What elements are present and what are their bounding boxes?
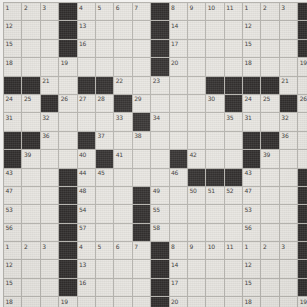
black-square bbox=[59, 224, 76, 241]
clue-number: 53 bbox=[245, 206, 252, 213]
black-square bbox=[225, 77, 242, 94]
white-square bbox=[225, 297, 242, 307]
white-square: 10 bbox=[206, 242, 223, 259]
white-square bbox=[225, 150, 242, 167]
clue-number: 26 bbox=[300, 95, 307, 102]
white-square bbox=[59, 150, 76, 167]
clue-number: 3 bbox=[42, 243, 46, 250]
white-square bbox=[133, 297, 150, 307]
white-square: 10 bbox=[206, 3, 223, 20]
white-square: 25 bbox=[22, 95, 39, 112]
white-square: 54 bbox=[78, 205, 95, 222]
clue-number: 19 bbox=[300, 298, 307, 305]
white-square bbox=[261, 279, 278, 296]
white-square bbox=[78, 113, 95, 130]
white-square: 16 bbox=[78, 40, 95, 57]
white-square: 27 bbox=[78, 95, 95, 112]
clue-number: 3 bbox=[42, 4, 46, 11]
white-square: 15 bbox=[243, 279, 260, 296]
clue-number: 40 bbox=[79, 151, 86, 158]
white-square bbox=[96, 297, 113, 307]
white-square bbox=[114, 40, 131, 57]
white-square bbox=[206, 297, 223, 307]
white-square: 19 bbox=[59, 58, 76, 75]
white-square: 21 bbox=[41, 77, 58, 94]
white-square bbox=[96, 58, 113, 75]
clue-number: 57 bbox=[79, 224, 86, 231]
black-square bbox=[298, 205, 307, 222]
clue-number: 20 bbox=[171, 59, 178, 66]
clue-number: 42 bbox=[189, 151, 196, 158]
white-square: 36 bbox=[280, 132, 297, 149]
black-square bbox=[298, 21, 307, 38]
white-square bbox=[280, 205, 297, 222]
white-square bbox=[170, 224, 187, 241]
white-square bbox=[188, 21, 205, 38]
white-square: 53 bbox=[4, 205, 21, 222]
clue-number: 1 bbox=[6, 243, 10, 250]
white-square bbox=[188, 132, 205, 149]
black-square bbox=[151, 297, 168, 307]
white-square: 3 bbox=[280, 242, 297, 259]
black-square bbox=[133, 224, 150, 241]
white-square: 1 bbox=[4, 3, 21, 20]
clue-number: 32 bbox=[42, 114, 49, 121]
white-square: 52 bbox=[225, 187, 242, 204]
clue-number: 14 bbox=[171, 22, 178, 29]
white-square bbox=[133, 279, 150, 296]
white-square bbox=[114, 21, 131, 38]
white-square bbox=[206, 40, 223, 57]
clue-number: 13 bbox=[79, 261, 86, 268]
white-square bbox=[261, 187, 278, 204]
black-square bbox=[261, 77, 278, 94]
white-square bbox=[206, 150, 223, 167]
white-square: 18 bbox=[243, 297, 260, 307]
white-square bbox=[298, 150, 307, 167]
black-square bbox=[78, 77, 95, 94]
white-square bbox=[133, 40, 150, 57]
clue-number: 43 bbox=[245, 169, 252, 176]
white-square bbox=[188, 95, 205, 112]
white-square bbox=[59, 113, 76, 130]
clue-number: 12 bbox=[6, 22, 13, 29]
clue-number: 5 bbox=[97, 243, 101, 250]
white-square bbox=[114, 279, 131, 296]
white-square: 51 bbox=[206, 187, 223, 204]
clue-number: 28 bbox=[97, 95, 104, 102]
clue-number: 48 bbox=[79, 187, 86, 194]
white-square bbox=[96, 113, 113, 130]
clue-number: 7 bbox=[134, 4, 138, 11]
white-square: 49 bbox=[151, 187, 168, 204]
white-square: 8 bbox=[170, 242, 187, 259]
white-square bbox=[59, 132, 76, 149]
white-square bbox=[280, 297, 297, 307]
white-square bbox=[280, 279, 297, 296]
white-square bbox=[188, 279, 205, 296]
white-square: 22 bbox=[114, 77, 131, 94]
black-square bbox=[206, 169, 223, 186]
white-square bbox=[206, 224, 223, 241]
clue-number: 10 bbox=[208, 4, 215, 11]
white-square: 40 bbox=[78, 150, 95, 167]
white-square bbox=[41, 279, 58, 296]
clue-number: 21 bbox=[42, 77, 49, 84]
black-square bbox=[96, 150, 113, 167]
white-square: 11 bbox=[225, 3, 242, 20]
clue-number: 17 bbox=[171, 279, 178, 286]
clue-number: 39 bbox=[24, 151, 31, 158]
white-square bbox=[22, 58, 39, 75]
white-square: 1 bbox=[243, 242, 260, 259]
white-square: 33 bbox=[114, 113, 131, 130]
clue-number: 27 bbox=[79, 95, 86, 102]
white-square bbox=[22, 187, 39, 204]
white-square bbox=[151, 132, 168, 149]
white-square bbox=[133, 150, 150, 167]
white-square bbox=[188, 224, 205, 241]
white-square: 26 bbox=[298, 95, 307, 112]
black-square bbox=[133, 205, 150, 222]
white-square: 2 bbox=[22, 3, 39, 20]
white-square bbox=[261, 260, 278, 277]
white-square bbox=[41, 260, 58, 277]
clue-number: 19 bbox=[300, 59, 307, 66]
white-square bbox=[225, 21, 242, 38]
white-square bbox=[188, 58, 205, 75]
black-square bbox=[151, 242, 168, 259]
white-square bbox=[96, 187, 113, 204]
clue-number: 44 bbox=[79, 169, 86, 176]
clue-number: 36 bbox=[42, 132, 49, 139]
white-square bbox=[280, 40, 297, 57]
white-square: 36 bbox=[41, 132, 58, 149]
clue-number: 46 bbox=[171, 169, 178, 176]
white-square bbox=[114, 297, 131, 307]
white-square: 20 bbox=[170, 58, 187, 75]
clue-number: 41 bbox=[116, 151, 123, 158]
white-square bbox=[280, 21, 297, 38]
white-square bbox=[41, 297, 58, 307]
white-square bbox=[280, 187, 297, 204]
white-square: 2 bbox=[22, 242, 39, 259]
white-square: 56 bbox=[243, 224, 260, 241]
white-square: 39 bbox=[22, 150, 39, 167]
white-square bbox=[133, 21, 150, 38]
white-square: 12 bbox=[4, 21, 21, 38]
clue-number: 5 bbox=[97, 4, 101, 11]
clue-number: 35 bbox=[226, 114, 233, 121]
clue-number: 21 bbox=[281, 77, 288, 84]
white-square: 13 bbox=[78, 260, 95, 277]
white-square bbox=[280, 150, 297, 167]
white-square bbox=[188, 260, 205, 277]
white-square: 3 bbox=[41, 242, 58, 259]
white-square bbox=[114, 132, 131, 149]
white-square: 57 bbox=[78, 224, 95, 241]
white-square bbox=[22, 21, 39, 38]
white-square bbox=[59, 77, 76, 94]
white-square bbox=[280, 260, 297, 277]
white-square bbox=[114, 224, 131, 241]
clue-number: 31 bbox=[6, 114, 13, 121]
clue-number: 1 bbox=[245, 243, 249, 250]
white-square bbox=[225, 224, 242, 241]
black-square bbox=[59, 242, 76, 259]
white-square bbox=[41, 224, 58, 241]
black-square bbox=[59, 169, 76, 186]
white-square: 31 bbox=[4, 113, 21, 130]
white-square: 55 bbox=[151, 205, 168, 222]
clue-number: 24 bbox=[245, 95, 252, 102]
black-square bbox=[4, 150, 21, 167]
clue-number: 2 bbox=[263, 243, 267, 250]
white-square bbox=[206, 58, 223, 75]
clue-number: 45 bbox=[97, 169, 104, 176]
clue-number: 47 bbox=[245, 187, 252, 194]
black-square bbox=[59, 40, 76, 57]
white-square: 23 bbox=[151, 77, 168, 94]
black-square bbox=[59, 279, 76, 296]
white-square: 7 bbox=[133, 3, 150, 20]
white-square: 32 bbox=[41, 113, 58, 130]
clue-number: 2 bbox=[24, 243, 28, 250]
white-square: 53 bbox=[243, 205, 260, 222]
white-square bbox=[206, 113, 223, 130]
clue-number: 29 bbox=[134, 95, 141, 102]
white-square bbox=[114, 260, 131, 277]
white-square bbox=[22, 260, 39, 277]
black-square bbox=[114, 95, 131, 112]
clue-number: 55 bbox=[153, 206, 160, 213]
white-square: 43 bbox=[4, 169, 21, 186]
clue-number: 31 bbox=[245, 114, 252, 121]
black-square bbox=[298, 242, 307, 259]
clue-number: 6 bbox=[116, 4, 120, 11]
clue-number: 32 bbox=[281, 114, 288, 121]
white-square: 34 bbox=[151, 113, 168, 130]
white-square bbox=[261, 113, 278, 130]
clue-number: 54 bbox=[79, 206, 86, 213]
white-square: 18 bbox=[243, 58, 260, 75]
clue-number: 3 bbox=[281, 4, 285, 11]
white-square bbox=[170, 132, 187, 149]
clue-number: 15 bbox=[6, 40, 13, 47]
white-square: 18 bbox=[4, 58, 21, 75]
white-square bbox=[41, 150, 58, 167]
white-square bbox=[225, 132, 242, 149]
white-square bbox=[298, 77, 307, 94]
white-square bbox=[96, 224, 113, 241]
white-square bbox=[22, 40, 39, 57]
white-square bbox=[280, 58, 297, 75]
white-square: 12 bbox=[243, 260, 260, 277]
clue-number: 19 bbox=[61, 59, 68, 66]
white-square bbox=[22, 297, 39, 307]
white-square: 7 bbox=[133, 242, 150, 259]
white-square: 31 bbox=[243, 113, 260, 130]
white-square: 24 bbox=[243, 95, 260, 112]
clue-number: 52 bbox=[226, 187, 233, 194]
white-square bbox=[261, 21, 278, 38]
white-square bbox=[78, 58, 95, 75]
white-square bbox=[133, 77, 150, 94]
white-square bbox=[261, 40, 278, 57]
white-square bbox=[206, 279, 223, 296]
white-square bbox=[188, 297, 205, 307]
clue-number: 4 bbox=[79, 4, 83, 11]
white-square bbox=[78, 297, 95, 307]
black-square bbox=[59, 260, 76, 277]
white-square: 44 bbox=[78, 169, 95, 186]
clue-number: 18 bbox=[6, 59, 13, 66]
clue-number: 15 bbox=[6, 279, 13, 286]
black-square bbox=[170, 150, 187, 167]
white-square: 43 bbox=[243, 169, 260, 186]
clue-number: 2 bbox=[263, 4, 267, 11]
clue-number: 19 bbox=[61, 298, 68, 305]
white-square: 29 bbox=[133, 95, 150, 112]
white-square: 32 bbox=[280, 113, 297, 130]
white-square: 8 bbox=[170, 3, 187, 20]
clue-number: 8 bbox=[171, 4, 175, 11]
black-square bbox=[151, 58, 168, 75]
clue-number: 30 bbox=[208, 95, 215, 102]
white-square bbox=[206, 260, 223, 277]
clue-number: 33 bbox=[116, 114, 123, 121]
clue-number: 51 bbox=[208, 187, 215, 194]
clue-number: 47 bbox=[6, 187, 13, 194]
black-square bbox=[298, 40, 307, 57]
white-square: 28 bbox=[96, 95, 113, 112]
white-square: 13 bbox=[78, 21, 95, 38]
white-square bbox=[41, 40, 58, 57]
white-square: 2 bbox=[261, 3, 278, 20]
clue-number: 25 bbox=[263, 95, 270, 102]
clue-number: 1 bbox=[245, 4, 249, 11]
black-square bbox=[188, 169, 205, 186]
white-square: 25 bbox=[261, 95, 278, 112]
clue-number: 8 bbox=[171, 243, 175, 250]
white-square: 5 bbox=[96, 3, 113, 20]
black-square bbox=[59, 187, 76, 204]
clue-number: 16 bbox=[79, 40, 86, 47]
clue-number: 18 bbox=[245, 298, 252, 305]
white-square bbox=[96, 21, 113, 38]
black-square bbox=[261, 132, 278, 149]
white-square: 15 bbox=[243, 40, 260, 57]
clue-number: 43 bbox=[6, 169, 13, 176]
white-square bbox=[133, 260, 150, 277]
white-square bbox=[188, 113, 205, 130]
white-square bbox=[261, 58, 278, 75]
white-square: 18 bbox=[4, 297, 21, 307]
clue-number: 9 bbox=[189, 243, 193, 250]
white-square: 1 bbox=[4, 242, 21, 259]
black-square bbox=[298, 169, 307, 186]
white-square: 12 bbox=[4, 260, 21, 277]
white-square: 58 bbox=[151, 224, 168, 241]
black-square bbox=[298, 279, 307, 296]
black-square bbox=[4, 77, 21, 94]
black-square bbox=[151, 21, 168, 38]
white-square bbox=[206, 205, 223, 222]
white-square: 15 bbox=[4, 279, 21, 296]
clue-number: 12 bbox=[245, 22, 252, 29]
white-square bbox=[261, 224, 278, 241]
clue-number: 34 bbox=[153, 114, 160, 121]
white-square bbox=[22, 205, 39, 222]
white-square: 17 bbox=[170, 279, 187, 296]
black-square bbox=[243, 150, 260, 167]
white-square: 47 bbox=[4, 187, 21, 204]
clue-number: 4 bbox=[79, 243, 83, 250]
white-square: 39 bbox=[261, 150, 278, 167]
black-square bbox=[225, 169, 242, 186]
clue-number: 10 bbox=[208, 243, 215, 250]
black-square bbox=[22, 132, 39, 149]
clue-number: 13 bbox=[79, 22, 86, 29]
white-square: 47 bbox=[243, 187, 260, 204]
clue-number: 23 bbox=[153, 77, 160, 84]
white-square: 50 bbox=[188, 187, 205, 204]
white-square bbox=[151, 95, 168, 112]
clue-number: 53 bbox=[6, 206, 13, 213]
clue-number: 22 bbox=[116, 77, 123, 84]
white-square bbox=[41, 21, 58, 38]
white-square bbox=[280, 224, 297, 241]
black-square bbox=[133, 113, 150, 130]
white-square: 9 bbox=[188, 242, 205, 259]
black-square bbox=[298, 260, 307, 277]
white-square: 6 bbox=[114, 3, 131, 20]
white-square bbox=[96, 40, 113, 57]
white-square bbox=[151, 150, 168, 167]
white-square: 19 bbox=[298, 58, 307, 75]
black-square bbox=[151, 3, 168, 20]
white-square bbox=[206, 132, 223, 149]
white-square: 14 bbox=[170, 21, 187, 38]
clue-number: 24 bbox=[6, 95, 13, 102]
clue-number: 56 bbox=[245, 224, 252, 231]
black-square bbox=[96, 77, 113, 94]
clue-number: 15 bbox=[245, 279, 252, 286]
black-square bbox=[151, 279, 168, 296]
clue-number: 50 bbox=[189, 187, 196, 194]
white-square: 1 bbox=[243, 3, 260, 20]
clue-number: 9 bbox=[189, 4, 193, 11]
white-square: 4 bbox=[78, 242, 95, 259]
white-square bbox=[188, 77, 205, 94]
white-square bbox=[96, 205, 113, 222]
black-square bbox=[151, 40, 168, 57]
white-square: 56 bbox=[4, 224, 21, 241]
clue-number: 7 bbox=[134, 243, 138, 250]
clue-number: 25 bbox=[24, 95, 31, 102]
clue-number: 36 bbox=[281, 132, 288, 139]
white-square bbox=[170, 95, 187, 112]
clue-number: 20 bbox=[171, 298, 178, 305]
white-square: 3 bbox=[280, 3, 297, 20]
clue-number: 18 bbox=[245, 59, 252, 66]
clue-number: 15 bbox=[245, 40, 252, 47]
white-square bbox=[114, 187, 131, 204]
black-square bbox=[298, 3, 307, 20]
black-square bbox=[22, 77, 39, 94]
clue-number: 11 bbox=[226, 4, 233, 11]
white-square bbox=[225, 58, 242, 75]
